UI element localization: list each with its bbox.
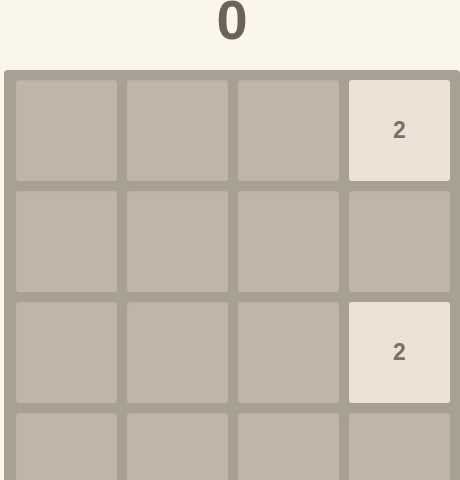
cell-r4c1 (16, 413, 117, 480)
score-value: 0 (2, 0, 460, 48)
score-header: 0 (0, 0, 460, 70)
cell-r4c2 (127, 413, 228, 480)
cell-r1c2 (127, 80, 228, 181)
cell-r2c4 (349, 191, 450, 292)
cell-r3c1 (16, 302, 117, 403)
cell-r1c3 (238, 80, 339, 181)
tile-2-r1c4: 2 (349, 80, 450, 181)
cell-r2c1 (16, 191, 117, 292)
tile-2-r3c4: 2 (349, 302, 450, 403)
game-2048-app: 0 22 (0, 0, 460, 480)
cell-r3c3 (238, 302, 339, 403)
board-grid[interactable]: 22 (4, 70, 460, 480)
cell-r2c3 (238, 191, 339, 292)
cell-r1c1 (16, 80, 117, 181)
cell-r2c2 (127, 191, 228, 292)
cell-r4c3 (238, 413, 339, 480)
cell-r3c2 (127, 302, 228, 403)
cell-r4c4 (349, 413, 450, 480)
